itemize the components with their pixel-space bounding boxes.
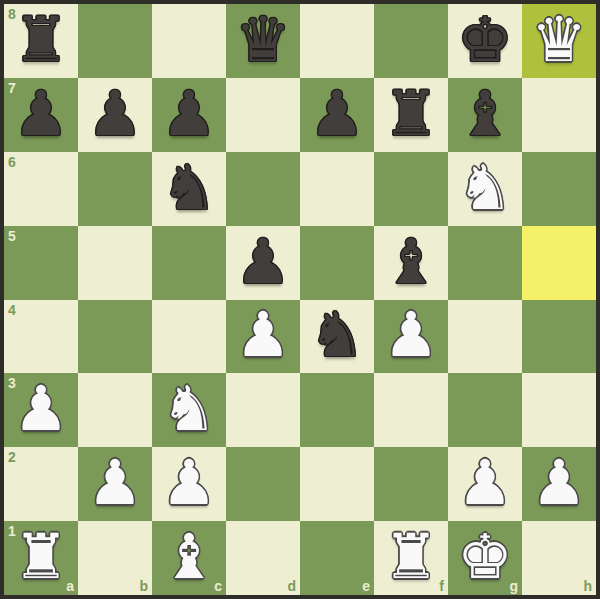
square-b6[interactable] — [78, 152, 152, 226]
rank-label-2: 2 — [8, 449, 16, 465]
file-label-d: d — [287, 578, 296, 594]
file-label-h: h — [583, 578, 592, 594]
square-c3[interactable]: ♞ — [152, 373, 226, 447]
square-f8[interactable] — [374, 4, 448, 78]
white-queen[interactable]: ♛ — [531, 9, 587, 71]
square-e4[interactable]: ♞ — [300, 300, 374, 374]
square-g7[interactable]: ♝ — [448, 78, 522, 152]
square-f4[interactable]: ♟ — [374, 300, 448, 374]
square-f2[interactable] — [374, 447, 448, 521]
square-h3[interactable] — [522, 373, 596, 447]
square-h2[interactable]: ♟ — [522, 447, 596, 521]
black-knight[interactable]: ♞ — [161, 157, 217, 219]
square-f7[interactable]: ♜ — [374, 78, 448, 152]
square-b4[interactable] — [78, 300, 152, 374]
square-g6[interactable]: ♞ — [448, 152, 522, 226]
square-b3[interactable] — [78, 373, 152, 447]
black-bishop[interactable]: ♝ — [383, 231, 439, 293]
black-bishop[interactable]: ♝ — [457, 83, 513, 145]
black-knight[interactable]: ♞ — [309, 304, 365, 366]
file-label-f: f — [439, 578, 444, 594]
square-h4[interactable] — [522, 300, 596, 374]
square-d3[interactable] — [226, 373, 300, 447]
square-g5[interactable] — [448, 226, 522, 300]
square-g1[interactable]: g♚ — [448, 521, 522, 595]
black-pawn[interactable]: ♟ — [309, 83, 365, 145]
rank-label-5: 5 — [8, 228, 16, 244]
square-b1[interactable]: b — [78, 521, 152, 595]
chess-board-frame: 8♜♛♚♛7♟♟♟♟♜♝6♞♞5♟♝4♟♞♟3♟♞2♟♟♟♟1a♜bc♝def♜… — [0, 0, 600, 599]
square-c6[interactable]: ♞ — [152, 152, 226, 226]
square-d1[interactable]: d — [226, 521, 300, 595]
white-pawn[interactable]: ♟ — [87, 452, 143, 514]
square-f1[interactable]: f♜ — [374, 521, 448, 595]
square-c4[interactable] — [152, 300, 226, 374]
square-e7[interactable]: ♟ — [300, 78, 374, 152]
square-b7[interactable]: ♟ — [78, 78, 152, 152]
square-a7[interactable]: 7♟ — [4, 78, 78, 152]
square-d5[interactable]: ♟ — [226, 226, 300, 300]
file-label-e: e — [362, 578, 370, 594]
square-c5[interactable] — [152, 226, 226, 300]
black-pawn[interactable]: ♟ — [235, 231, 291, 293]
square-a2[interactable]: 2 — [4, 447, 78, 521]
square-a5[interactable]: 5 — [4, 226, 78, 300]
black-queen[interactable]: ♛ — [235, 9, 291, 71]
square-c1[interactable]: c♝ — [152, 521, 226, 595]
white-pawn[interactable]: ♟ — [13, 378, 69, 440]
square-a1[interactable]: 1a♜ — [4, 521, 78, 595]
white-pawn[interactable]: ♟ — [161, 452, 217, 514]
square-e1[interactable]: e — [300, 521, 374, 595]
square-g4[interactable] — [448, 300, 522, 374]
white-knight[interactable]: ♞ — [161, 378, 217, 440]
square-g2[interactable]: ♟ — [448, 447, 522, 521]
black-rook[interactable]: ♜ — [13, 9, 69, 71]
square-h5[interactable] — [522, 226, 596, 300]
square-h6[interactable] — [522, 152, 596, 226]
square-a3[interactable]: 3♟ — [4, 373, 78, 447]
square-f6[interactable] — [374, 152, 448, 226]
chess-board[interactable]: 8♜♛♚♛7♟♟♟♟♜♝6♞♞5♟♝4♟♞♟3♟♞2♟♟♟♟1a♜bc♝def♜… — [4, 4, 596, 595]
square-d7[interactable] — [226, 78, 300, 152]
square-d6[interactable] — [226, 152, 300, 226]
square-c2[interactable]: ♟ — [152, 447, 226, 521]
white-king[interactable]: ♚ — [457, 526, 513, 588]
square-e8[interactable] — [300, 4, 374, 78]
black-rook[interactable]: ♜ — [383, 83, 439, 145]
square-e2[interactable] — [300, 447, 374, 521]
white-pawn[interactable]: ♟ — [457, 452, 513, 514]
square-a4[interactable]: 4 — [4, 300, 78, 374]
square-d8[interactable]: ♛ — [226, 4, 300, 78]
square-c8[interactable] — [152, 4, 226, 78]
square-a6[interactable]: 6 — [4, 152, 78, 226]
white-bishop[interactable]: ♝ — [161, 526, 217, 588]
square-b5[interactable] — [78, 226, 152, 300]
square-e6[interactable] — [300, 152, 374, 226]
square-e3[interactable] — [300, 373, 374, 447]
white-rook[interactable]: ♜ — [383, 526, 439, 588]
square-f3[interactable] — [374, 373, 448, 447]
square-h7[interactable] — [522, 78, 596, 152]
white-pawn[interactable]: ♟ — [383, 304, 439, 366]
square-g8[interactable]: ♚ — [448, 4, 522, 78]
black-pawn[interactable]: ♟ — [161, 83, 217, 145]
square-a8[interactable]: 8♜ — [4, 4, 78, 78]
square-d2[interactable] — [226, 447, 300, 521]
square-d4[interactable]: ♟ — [226, 300, 300, 374]
white-rook[interactable]: ♜ — [13, 526, 69, 588]
white-pawn[interactable]: ♟ — [531, 452, 587, 514]
rank-label-4: 4 — [8, 302, 16, 318]
white-knight[interactable]: ♞ — [457, 157, 513, 219]
black-king[interactable]: ♚ — [457, 9, 513, 71]
file-label-b: b — [139, 578, 148, 594]
square-e5[interactable] — [300, 226, 374, 300]
black-pawn[interactable]: ♟ — [87, 83, 143, 145]
rank-label-6: 6 — [8, 154, 16, 170]
square-f5[interactable]: ♝ — [374, 226, 448, 300]
square-c7[interactable]: ♟ — [152, 78, 226, 152]
white-pawn[interactable]: ♟ — [235, 304, 291, 366]
black-pawn[interactable]: ♟ — [13, 83, 69, 145]
square-g3[interactable] — [448, 373, 522, 447]
square-b2[interactable]: ♟ — [78, 447, 152, 521]
square-h8[interactable]: ♛ — [522, 4, 596, 78]
square-h1[interactable]: h — [522, 521, 596, 595]
square-b8[interactable] — [78, 4, 152, 78]
